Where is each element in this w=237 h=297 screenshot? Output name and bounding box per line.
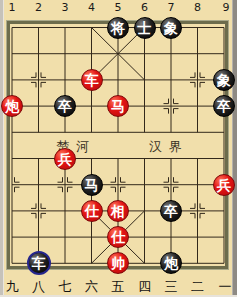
piece-black-f9-r4[interactable]: 卒: [213, 95, 235, 117]
piece-black-f5-r1[interactable]: 将: [107, 17, 129, 39]
piece-black-f2-r10[interactable]: 车: [28, 252, 50, 274]
piece-red-f5-r4[interactable]: 马: [107, 95, 129, 117]
piece-black-f6-r1[interactable]: 士: [134, 17, 156, 39]
piece-red-f1-r4[interactable]: 炮: [1, 95, 23, 117]
piece-red-f5-r9[interactable]: 仕: [107, 226, 129, 248]
piece-red-f4-r8[interactable]: 仕: [81, 200, 103, 222]
piece-red-f9-r7[interactable]: 兵: [213, 174, 235, 196]
piece-red-f4-r3[interactable]: 车: [81, 69, 103, 91]
piece-black-f9-r3[interactable]: 象: [213, 69, 235, 91]
file-label-bottom-7: 七: [55, 280, 75, 294]
piece-black-f7-r8[interactable]: 卒: [160, 200, 182, 222]
river-label-han: 汉界: [149, 138, 189, 156]
file-label-bottom-9: 九: [2, 280, 22, 294]
file-label-bottom-8: 八: [29, 280, 49, 294]
file-label-bottom-3: 三: [161, 280, 181, 294]
xiangqi-app: 1 2 3 4 5 6 7 8 9 楚河 汉界 将士象象车炮卒马卒兵马兵仕相卒仕…: [0, 0, 237, 297]
piece-red-f3-r6[interactable]: 兵: [54, 148, 76, 170]
file-label-bottom-6: 六: [82, 280, 102, 294]
file-label-bottom-5: 五: [108, 280, 128, 294]
window-edge-right: [232, 0, 237, 297]
piece-black-f4-r7[interactable]: 马: [81, 174, 103, 196]
file-label-bottom-2: 二: [188, 280, 208, 294]
piece-black-f7-r1[interactable]: 象: [160, 17, 182, 39]
piece-black-f3-r4[interactable]: 卒: [54, 95, 76, 117]
piece-red-f5-r8[interactable]: 相: [107, 200, 129, 222]
file-label-bottom-4: 四: [135, 280, 155, 294]
